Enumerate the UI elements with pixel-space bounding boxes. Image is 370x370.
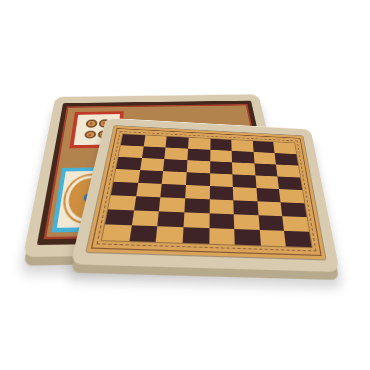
board-square-r8c2 [129,225,157,242]
board-square-r5c4 [185,185,209,199]
board-square-r4c6 [233,174,257,188]
ludo-token-spot [85,120,97,128]
board-square-r7c6 [234,214,260,230]
board-square-r7c5 [209,213,234,229]
board-square-r7c7 [258,215,284,231]
board-square-r8c3 [156,226,183,243]
board-square-r7c4 [183,212,209,228]
ludo-path-cells [68,105,245,107]
board-square-r5c6 [233,187,257,201]
board-square-r3c7 [254,163,277,176]
board-square-r6c1 [108,195,136,210]
board-square-r8c6 [234,229,260,245]
board-square-r8c1 [102,224,131,241]
board-square-r5c2 [136,183,162,197]
board-square-r4c4 [186,172,210,186]
board-square-r4c5 [210,173,233,187]
board-square-r6c4 [184,198,209,213]
board-square-r3c6 [232,162,255,175]
ludo-token-dot [88,134,91,136]
board-square-r8c4 [182,227,209,244]
board-square-r3c5 [210,161,233,174]
board-square-r4c1 [114,169,140,183]
board-square-r3c3 [163,159,187,172]
board-square-r5c5 [209,186,233,200]
board-square-r6c7 [257,201,282,216]
board-square-r4c7 [255,175,279,189]
board-square-r4c8 [278,176,302,190]
board-square-r8c5 [209,228,235,244]
board-square-r7c3 [158,211,185,227]
board-square-r4c2 [138,170,163,184]
ludo-token-dot [90,123,93,125]
board-square-r6c2 [134,196,161,211]
board-square-r3c8 [276,165,300,178]
board-square-r3c2 [140,158,165,171]
board-square-r5c3 [161,184,186,198]
board-square-r5c7 [256,188,281,202]
board-square-r7c2 [131,210,159,226]
board-square-r5c8 [279,189,304,203]
board-square-r7c1 [105,209,134,225]
board-square-r6c8 [281,202,307,217]
board-square-r4c3 [162,171,187,185]
board-square-r5c1 [111,182,138,196]
product-photo-scene [0,0,370,370]
board-square-r8c7 [259,230,286,246]
board-square-r3c1 [116,157,142,170]
board-square-r6c3 [159,197,185,212]
ludo-token-spot [84,131,96,139]
board-square-r8c8 [284,231,311,247]
chess-grid [102,134,312,247]
board-square-r6c5 [209,199,234,214]
chessboard [70,118,339,272]
board-square-r6c6 [233,200,258,215]
board-square-r3c4 [187,160,210,173]
board-square-r7c8 [283,216,309,232]
chessboard-surface [87,126,326,259]
